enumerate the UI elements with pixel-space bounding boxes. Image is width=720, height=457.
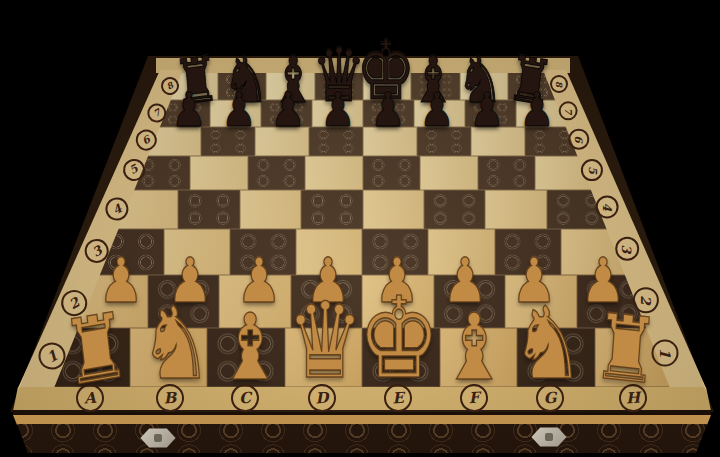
- piece-white-rook-a1[interactable]: ♜: [58, 299, 134, 399]
- piece-black-pawn-g7[interactable]: ♟: [470, 85, 505, 133]
- piece-black-pawn-c7[interactable]: ♟: [271, 85, 306, 133]
- piece-black-pawn-b7[interactable]: ♟: [221, 85, 256, 133]
- piece-black-pawn-a7[interactable]: ♟: [171, 85, 206, 133]
- piece-white-knight-g1[interactable]: ♞: [512, 294, 586, 394]
- piece-white-queen-d1[interactable]: ♛: [286, 289, 363, 394]
- piece-white-knight-b1[interactable]: ♞: [139, 294, 213, 394]
- piece-white-rook-h1[interactable]: ♜: [590, 301, 662, 398]
- piece-white-bishop-c1[interactable]: ♝: [217, 302, 285, 394]
- piece-black-pawn-f7[interactable]: ♟: [420, 85, 455, 133]
- pieces-layer: ♜♞♝♛♚♝♞♜♟♟♟♟♟♟♟♟♟♟♟♟♟♟♟♟♜♞♝♛♚♝♞♜: [0, 0, 720, 457]
- chess-board-photo: 1122334455667788ABCDEFGH ♜♞♝♛♚♝♞♜♟♟♟♟♟♟♟…: [0, 0, 720, 457]
- piece-black-pawn-d7[interactable]: ♟: [320, 85, 355, 133]
- piece-black-pawn-e7[interactable]: ♟: [370, 85, 405, 133]
- piece-white-bishop-f1[interactable]: ♝: [440, 302, 508, 394]
- piece-white-king-e1[interactable]: ♚: [358, 282, 440, 394]
- piece-black-pawn-h7[interactable]: ♟: [519, 85, 554, 133]
